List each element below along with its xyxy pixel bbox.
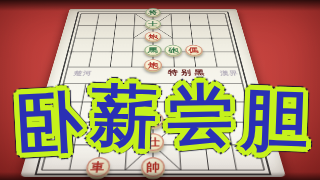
piece-glyph: 炮 (148, 62, 159, 69)
piece-glyph: 傌 (188, 47, 199, 53)
river-left-stamp: 楚河 (73, 70, 93, 78)
top-vignette-bar (0, 0, 320, 11)
piece-glyph: 車 (90, 161, 105, 173)
piece-red-相: 相 (142, 112, 163, 128)
piece-black-士: 士 (145, 19, 161, 28)
piece-glyph: 士 (148, 21, 157, 26)
piece-red-炮: 炮 (145, 32, 162, 42)
piece-red-仕: 仕 (142, 133, 165, 151)
piece-black-馬: 馬 (144, 45, 162, 56)
piece-glyph: 相 (147, 115, 159, 124)
piece-red-炮: 炮 (144, 59, 162, 71)
piece-glyph: 砲 (168, 47, 178, 53)
thumbnail-scene: 楚河 漢界 特别黑 将士炮馬砲傌炮仕相仕車帥 卧 薪 尝 胆 (0, 0, 320, 180)
piece-glyph: 馬 (148, 47, 158, 53)
xiangqi-board: 楚河 漢界 特别黑 将士炮馬砲傌炮仕相仕車帥 (20, 9, 286, 177)
bottom-vignette-bar (0, 172, 320, 180)
piece-glyph: 仕 (122, 115, 135, 124)
piece-glyph: 炮 (148, 34, 158, 40)
piece-glyph: 帥 (146, 161, 160, 173)
piece-glyph: 仕 (146, 137, 159, 147)
